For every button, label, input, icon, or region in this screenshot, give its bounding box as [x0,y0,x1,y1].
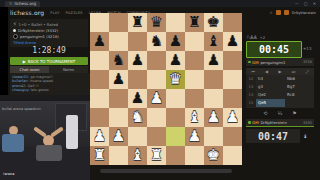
square-g2[interactable] [204,127,223,146]
white-player-title: GM [252,120,259,125]
square-e5[interactable]: ♛ [166,70,185,89]
white-player-name: DrNykterstein [260,120,286,125]
chat-message: bulletfan: insane speed [12,79,90,83]
square-f5[interactable] [185,70,204,89]
prev-move-icon[interactable]: ◀ [265,69,268,74]
white-move[interactable]: g3 [256,83,285,91]
black-rook-piece: ♜ [185,13,204,32]
white-move[interactable]: Qe2 [256,91,285,99]
black-clock-active: 00:45 [246,41,302,58]
square-h3[interactable]: ♟ [223,108,242,127]
black-player-row[interactable]: GM penguingim1 3216 [246,58,314,66]
white-knight-piece: ♞ [128,108,147,127]
square-g6[interactable]: ♟ [204,51,223,70]
square-h6[interactable] [223,51,242,70]
square-g7[interactable]: ♝ [204,32,223,51]
white-player-rating: 3332 [303,121,312,125]
square-f1[interactable] [185,146,204,165]
square-c6[interactable]: ♟ [128,51,147,70]
next-move-icon[interactable]: ▶ [278,69,281,74]
square-a5[interactable] [90,70,109,89]
square-h8[interactable] [223,13,242,32]
square-f2[interactable]: ♟ [185,127,204,146]
current-move[interactable]: Qe5 [256,99,285,107]
white-bishop-piece: ♝ [128,146,147,165]
board-resize-bar[interactable] [100,169,232,173]
square-a8[interactable] [90,13,109,32]
chat-panel[interactable]: viewer01: go magnus!! bulletfan: insane … [10,73,90,96]
maximize-button[interactable]: ▢ [304,0,308,7]
square-d5[interactable] [147,70,166,89]
background-person [66,115,78,149]
back-to-tournament-button[interactable]: ▶ BACK TO TOURNAMENT [10,57,88,65]
back-to-tournament-label: BACK TO TOURNAMENT [28,59,75,64]
square-h2[interactable] [223,127,242,146]
square-a3[interactable] [90,108,109,127]
black-bishop-piece: ♝ [204,32,223,51]
square-d1[interactable]: ♜ [147,146,166,165]
chat-message: anon42: Qe5 !! [12,84,90,88]
white-pawn-piece: ♟ [204,108,223,127]
square-a4[interactable] [90,89,109,108]
resign-flag-icon[interactable]: ⚑ [292,110,296,116]
square-f8[interactable]: ♜ [185,13,204,32]
square-a6[interactable] [90,51,109,70]
online-dot [248,121,251,124]
lichess-favicon-icon: ♘ [9,1,13,7]
game-meta-box: ⚡ 1+0 • Bullet • Rated DrNykterstein (33… [10,19,88,47]
square-c8[interactable]: ♜ [128,13,147,32]
chat-message: chessguy: lets goooo [12,88,90,92]
white-king-piece: ♚ [204,146,223,165]
square-a1[interactable]: ♜ [90,146,109,165]
black-move[interactable]: Nb6 [285,75,314,83]
white-pawn-piece: ♟ [185,127,204,146]
last-move-icon[interactable]: ⏭ [292,69,296,74]
bullet-speed-icon: ⚡ [13,21,17,27]
move-row: 12 h3 Nb6 [246,75,314,83]
square-e6[interactable]: ♟ [166,51,185,70]
square-h5[interactable] [223,70,242,89]
black-move[interactable]: Bg7 [285,83,314,91]
white-player-line[interactable]: DrNykterstein (3332) [18,28,58,33]
square-b1[interactable] [109,146,128,165]
black-pawn-piece: ♟ [128,51,147,70]
square-h4[interactable] [223,89,242,108]
square-c1[interactable]: ♝ [128,146,147,165]
draw-offer-icon[interactable]: ½ [277,110,282,116]
square-c3[interactable]: ♞ [128,108,147,127]
square-a7[interactable]: ♟ [90,32,109,51]
black-pawn-piece: ♟ [90,32,109,51]
close-button[interactable]: ✕ [313,0,316,7]
square-g8[interactable]: ♚ [204,13,223,32]
captured-pieces-white: ♝ [303,133,317,139]
move-navigation-bar: ⏮ ◀ ▶ ⏭ ⤢ [246,68,314,75]
tab-chat-room[interactable]: Chat room [10,66,49,73]
black-queen-piece: ♛ [147,13,166,32]
black-move[interactable]: Rc8 [285,91,314,99]
black-pawn-piece: ♟ [204,51,223,70]
square-a2[interactable]: ♟ [90,127,109,146]
black-move[interactable] [285,99,314,107]
game-meta-line: 1+0 • Bullet • Rated [19,22,58,27]
captured-white-pieces-icons: ♘♙♙ [246,34,256,40]
square-c7[interactable] [128,32,147,51]
square-e3[interactable] [166,108,185,127]
white-move[interactable]: h3 [256,75,285,83]
white-clock: 00:47 [246,129,300,143]
white-pawn-piece: ♟ [90,127,109,146]
black-rook-piece: ♜ [128,13,147,32]
square-e2[interactable] [166,127,185,146]
window-controls: — ▢ ✕ [295,0,316,7]
white-pawn-piece: ♟ [109,127,128,146]
square-c4[interactable]: ♟ [128,89,147,108]
square-d7[interactable]: ♞ [147,32,166,51]
tournament-link[interactable]: Titled Arena [13,40,36,45]
chess-board[interactable]: ♜♛♜♚♟♞♟♝♟♞♟♟♟♟♛♟♟♞♝♟♟♟♟♟♜♝♜♚ [90,13,242,165]
game-action-buttons: ⟲ ½ ⚑ [246,108,314,118]
square-b6[interactable]: ♞ [109,51,128,70]
streamer-webcam: bullet arena speedrun !arena [0,95,90,180]
stream-caption-band: bullet arena speedrun [0,95,90,101]
black-pawn-piece: ♟ [128,89,147,108]
black-pawn-piece: ♟ [223,32,242,51]
stream-caption-text: !arena [3,172,14,176]
chat-message: viewer01: go magnus!! [12,75,90,79]
chat-tabs: Chat room Notes [10,66,88,73]
move-list: 12 h3 Nb6 13 g3 Bg7 14 Qe2 Rc8 15 Qe5 [246,75,314,108]
move-row: 14 Qe2 Rc8 [246,91,314,99]
square-e7[interactable]: ♟ [166,32,185,51]
black-player-line[interactable]: penguingim1 (3216) [20,34,59,39]
black-pawn-piece: ♟ [166,51,185,70]
white-player-row[interactable]: GM DrNykterstein 3332 [246,119,314,127]
streamer-torso [36,145,62,161]
black-knight-piece: ♞ [147,32,166,51]
move-row: 13 g3 Bg7 [246,83,314,91]
nav-item-play[interactable]: Play [50,11,59,15]
lichess-logo[interactable]: lichess.org [10,9,44,16]
notifications-icon[interactable] [284,10,289,15]
move-row: 15 Qe5 [246,99,314,107]
browser-tab[interactable]: ♘ lichess.org [5,1,40,7]
white-rook-piece: ♜ [147,146,166,165]
black-player-rating: 3216 [303,60,312,64]
square-g4[interactable] [204,89,223,108]
person-left-blue-shirt [2,134,24,152]
square-b8[interactable] [109,13,128,32]
black-player-name: penguingim1 [260,60,285,65]
square-g1[interactable]: ♚ [204,146,223,165]
tab-notes[interactable]: Notes [49,66,88,73]
clock-side-note: +13 [303,46,317,52]
square-h1[interactable] [223,146,242,165]
square-h7[interactable]: ♟ [223,32,242,51]
square-d2[interactable] [147,127,166,146]
square-f7[interactable] [185,32,204,51]
square-d6[interactable] [147,51,166,70]
square-d8[interactable]: ♛ [147,13,166,32]
white-queen-piece: ♛ [166,70,185,89]
square-d3[interactable] [147,108,166,127]
black-pawn-piece: ♟ [109,70,128,89]
search-icon[interactable]: ⌕ [270,9,273,16]
play-arrow-icon: ▶ [23,59,26,64]
square-b5[interactable]: ♟ [109,70,128,89]
square-b4[interactable] [109,89,128,108]
tournament-countdown: 1:28:49 [10,46,88,56]
white-color-dot [13,29,16,32]
square-f3[interactable]: ♝ [185,108,204,127]
square-f6[interactable] [185,51,204,70]
white-rook-piece: ♜ [90,146,109,165]
black-pawn-piece: ♟ [166,32,185,51]
material-advantage: +2 [259,35,265,40]
browser-titlebar: ♘ lichess.org — ▢ ✕ [0,0,320,7]
square-g3[interactable]: ♟ [204,108,223,127]
square-e8[interactable] [166,13,185,32]
captured-pieces-black: ♘♙♙ +2 [246,34,314,40]
square-c2[interactable] [128,127,147,146]
white-pawn-piece: ♟ [223,108,242,127]
takeback-icon[interactable]: ⟲ [263,110,267,116]
square-g5[interactable] [204,70,223,89]
nav-username[interactable]: DrNykterstein [292,11,316,15]
black-knight-piece: ♞ [109,51,128,70]
first-move-icon[interactable]: ⏮ [251,69,255,74]
square-c5[interactable] [128,70,147,89]
square-b3[interactable] [109,108,128,127]
square-b7[interactable] [109,32,128,51]
tab-title: lichess.org [15,1,36,7]
square-e1[interactable] [166,146,185,165]
online-dot [248,61,251,64]
square-f4[interactable] [185,89,204,108]
challenge-icon[interactable] [276,10,281,15]
square-e4[interactable] [166,89,185,108]
white-bishop-piece: ♝ [185,108,204,127]
white-pawn-piece: ♟ [147,89,166,108]
black-king-piece: ♚ [204,13,223,32]
minimize-button[interactable]: — [295,0,299,7]
square-d4[interactable]: ♟ [147,89,166,108]
black-player-title: GM [252,60,259,65]
analysis-board-icon[interactable]: ⤢ [306,69,309,74]
black-color-dot [13,34,18,39]
square-b2[interactable]: ♟ [109,127,128,146]
nav-item-puzzles[interactable]: Puzzles [66,11,83,15]
